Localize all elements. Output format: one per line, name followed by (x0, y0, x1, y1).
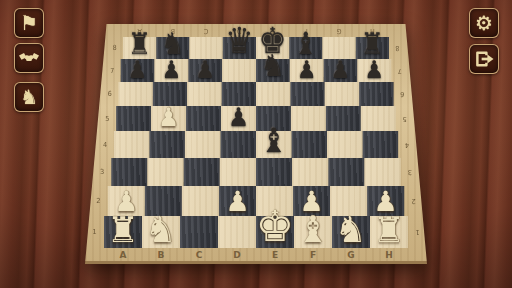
square-e1[interactable]: ♚ (256, 216, 294, 248)
square-b4[interactable] (149, 131, 185, 158)
rank-label: 2 (404, 197, 423, 205)
square-a6[interactable] (118, 82, 152, 106)
white-bishop[interactable]: ♝ (297, 212, 330, 248)
exit-icon (475, 51, 494, 67)
square-c4[interactable] (185, 131, 221, 158)
square-h1[interactable]: ♜ (370, 216, 408, 248)
draw-offer-button[interactable] (14, 43, 44, 73)
rank-label: 5 (396, 115, 413, 123)
square-h5[interactable] (361, 106, 396, 131)
white-king[interactable]: ♚ (256, 205, 294, 248)
file-label: C (180, 250, 218, 260)
rank-label: 7 (391, 67, 408, 75)
black-pawn[interactable]: ♟ (128, 58, 148, 82)
black-pawn[interactable]: ♟ (297, 58, 317, 82)
square-a3[interactable] (111, 158, 147, 186)
file-label: G (323, 27, 356, 35)
rank-label: 3 (93, 168, 111, 176)
square-b3[interactable] (147, 158, 183, 186)
square-a4[interactable] (114, 131, 150, 158)
square-c1[interactable] (180, 216, 218, 248)
square-e4[interactable]: ♝ (256, 131, 292, 158)
hint-button[interactable]: ♞ (14, 82, 44, 112)
rank-label: 8 (106, 44, 123, 52)
white-rook[interactable]: ♜ (373, 212, 405, 248)
white-knight[interactable]: ♞ (335, 212, 367, 248)
black-bishop[interactable]: ♝ (260, 124, 288, 158)
square-c5[interactable] (186, 106, 221, 131)
black-pawn[interactable]: ♟ (365, 58, 385, 82)
rank-label: 4 (96, 141, 114, 149)
square-e6[interactable] (256, 82, 290, 106)
square-a5[interactable] (116, 106, 151, 131)
white-pawn[interactable]: ♟ (225, 188, 249, 216)
rank-label: 3 (401, 168, 419, 176)
rank-label: 5 (99, 115, 116, 123)
rank-label: 1 (85, 228, 104, 236)
white-rook[interactable]: ♜ (107, 212, 139, 248)
square-f6[interactable] (290, 82, 324, 106)
square-f1[interactable]: ♝ (294, 216, 332, 248)
square-g6[interactable] (325, 82, 359, 106)
square-f4[interactable] (292, 131, 328, 158)
chess-board: ABCDEFGH8♜♞♛♚♝♜87♟♟♟♞♟♟♟7665♟♟54♝4332♟♟♟… (85, 24, 427, 264)
square-d8[interactable]: ♛ (223, 37, 256, 59)
resign-button[interactable]: ⚑ (14, 8, 44, 38)
square-c6[interactable] (187, 82, 221, 106)
square-g5[interactable] (326, 106, 361, 131)
square-b5[interactable]: ♟ (151, 106, 186, 131)
handshake-icon (19, 51, 39, 65)
rank-label: 6 (101, 90, 118, 98)
black-pawn[interactable]: ♟ (162, 58, 182, 82)
file-label: B (142, 250, 180, 260)
rank-label: 4 (398, 141, 416, 149)
square-g3[interactable] (328, 158, 364, 186)
square-c7[interactable]: ♟ (188, 59, 222, 82)
square-f5[interactable] (291, 106, 326, 131)
square-e3[interactable] (256, 158, 292, 186)
rank-label: 2 (89, 197, 108, 205)
square-g1[interactable]: ♞ (332, 216, 370, 248)
square-e7[interactable]: ♞ (256, 59, 290, 82)
settings-button[interactable]: ⚙ (469, 8, 499, 38)
black-pawn[interactable]: ♟ (228, 105, 249, 131)
square-a1[interactable]: ♜ (104, 216, 142, 248)
file-label: A (104, 250, 142, 260)
black-pawn[interactable]: ♟ (331, 58, 351, 82)
square-f3[interactable] (292, 158, 328, 186)
rank-label: 6 (394, 90, 411, 98)
rank-label: 1 (408, 228, 427, 236)
square-g4[interactable] (327, 131, 363, 158)
square-h3[interactable] (365, 158, 401, 186)
flag-icon: ⚑ (20, 13, 38, 33)
square-d5[interactable]: ♟ (221, 106, 256, 131)
black-queen[interactable]: ♛ (225, 23, 253, 59)
gear-icon: ⚙ (475, 13, 493, 33)
black-pawn[interactable]: ♟ (196, 58, 216, 82)
square-d7[interactable] (222, 59, 256, 82)
knight-icon: ♞ (20, 87, 38, 107)
square-h7[interactable]: ♟ (357, 59, 391, 82)
square-h6[interactable] (359, 82, 393, 106)
file-label: H (370, 250, 408, 260)
file-label: G (332, 250, 370, 260)
black-knight[interactable]: ♞ (261, 51, 285, 82)
rank-label: 8 (389, 44, 406, 52)
square-f7[interactable]: ♟ (290, 59, 324, 82)
square-a7[interactable]: ♟ (121, 59, 155, 82)
white-pawn[interactable]: ♟ (158, 105, 179, 131)
white-knight[interactable]: ♞ (145, 212, 177, 248)
square-b7[interactable]: ♟ (155, 59, 189, 82)
rank-label: 7 (104, 67, 121, 75)
chess-board-area: ABCDEFGH8♜♞♛♚♝♜87♟♟♟♞♟♟♟7665♟♟54♝4332♟♟♟… (0, 0, 512, 264)
file-label: C (190, 27, 223, 35)
square-d3[interactable] (220, 158, 256, 186)
file-label: F (294, 250, 332, 260)
chess-app-screen: ABCDEFGH8♜♞♛♚♝♜87♟♟♟♞♟♟♟7665♟♟54♝4332♟♟♟… (0, 0, 512, 288)
square-d4[interactable] (220, 131, 256, 158)
square-g7[interactable]: ♟ (324, 59, 358, 82)
square-d1[interactable] (218, 216, 256, 248)
exit-button[interactable] (469, 44, 499, 74)
square-c2[interactable] (182, 186, 219, 216)
square-c3[interactable] (184, 158, 220, 186)
square-d2[interactable]: ♟ (219, 186, 256, 216)
square-b1[interactable]: ♞ (142, 216, 180, 248)
square-h4[interactable] (363, 131, 399, 158)
file-label: D (218, 250, 256, 260)
